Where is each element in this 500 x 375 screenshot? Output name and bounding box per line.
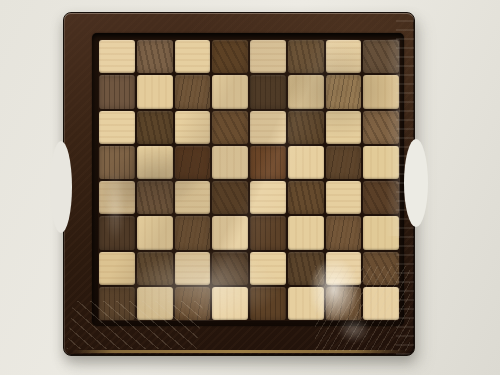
square-d3 [212,216,248,249]
square-b2 [137,252,173,285]
square-d4 [212,181,248,214]
square-e4 [250,181,286,214]
square-a8 [99,40,135,73]
square-c3 [175,216,211,249]
square-d2 [212,252,248,285]
square-f3 [288,216,324,249]
handle-notch-right [404,139,428,227]
square-g7 [326,75,362,108]
square-c8 [175,40,211,73]
square-b4 [137,181,173,214]
square-d6 [212,111,248,144]
handle-notch-left [50,141,72,233]
square-e7 [250,75,286,108]
square-h7 [363,75,399,108]
square-g3 [326,216,362,249]
square-a5 [99,146,135,179]
square-a6 [99,111,135,144]
square-c6 [175,111,211,144]
square-h4 [363,181,399,214]
square-e3 [250,216,286,249]
square-d8 [212,40,248,73]
square-g4 [326,181,362,214]
square-b8 [137,40,173,73]
square-a7 [99,75,135,108]
square-e2 [250,252,286,285]
square-a3 [99,216,135,249]
square-g8 [326,40,362,73]
frame-flash-highlight [332,313,376,347]
square-c2 [175,252,211,285]
square-c7 [175,75,211,108]
square-d1 [212,287,248,320]
square-f7 [288,75,324,108]
square-d5 [212,146,248,179]
square-c5 [175,146,211,179]
square-e6 [250,111,286,144]
square-f4 [288,181,324,214]
shrinkwrap-scratches-left [67,301,204,349]
square-g6 [326,111,362,144]
square-h3 [363,216,399,249]
square-e5 [250,146,286,179]
square-b3 [137,216,173,249]
square-a2 [99,252,135,285]
square-e8 [250,40,286,73]
square-f8 [288,40,324,73]
square-g5 [326,146,362,179]
square-h6 [363,111,399,144]
square-h8 [363,40,399,73]
square-b6 [137,111,173,144]
square-e1 [250,287,286,320]
square-a4 [99,181,135,214]
square-f6 [288,111,324,144]
square-d7 [212,75,248,108]
square-h5 [363,146,399,179]
square-c4 [175,181,211,214]
square-b7 [137,75,173,108]
product-photo-background [0,0,500,375]
wooden-board-tray [63,12,415,356]
square-f5 [288,146,324,179]
square-b5 [137,146,173,179]
